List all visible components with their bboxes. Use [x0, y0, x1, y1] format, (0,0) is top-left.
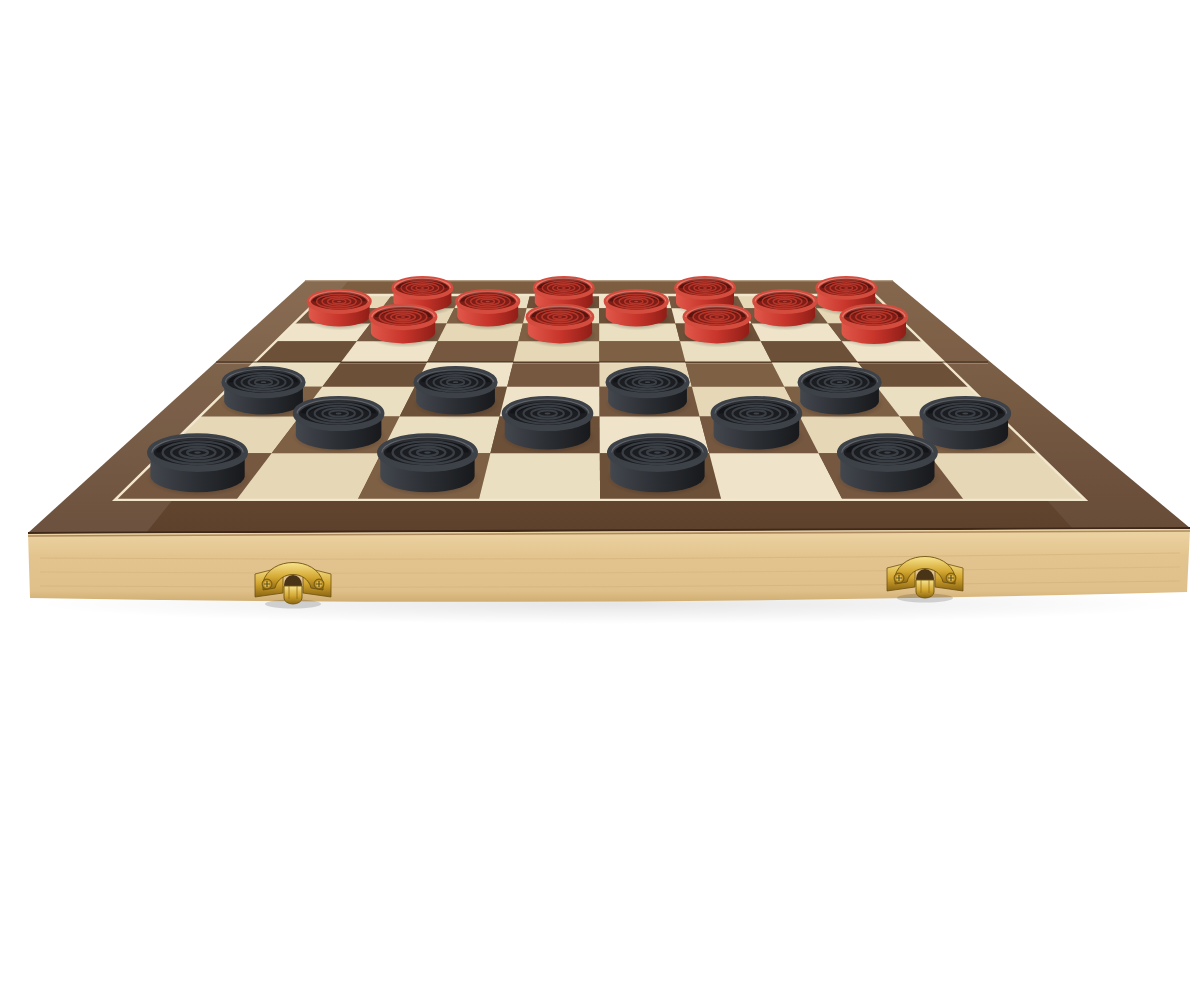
black-checker-piece	[292, 399, 388, 454]
piece-center-dot	[962, 412, 968, 414]
piece-center-dot	[783, 301, 787, 302]
piece-center-dot	[545, 412, 551, 414]
piece-center-dot	[453, 381, 459, 383]
piece-center-dot	[562, 287, 566, 288]
black-checker-piece	[146, 437, 252, 497]
piece-center-dot	[645, 381, 651, 383]
piece-center-dot	[872, 316, 877, 318]
checker-square	[599, 341, 685, 362]
red-checker-piece	[752, 291, 820, 330]
red-checker-piece	[682, 306, 754, 348]
checker-square	[685, 362, 784, 387]
piece-center-dot	[424, 451, 431, 453]
piece-center-dot	[884, 451, 891, 453]
red-checker-piece	[839, 306, 911, 348]
front-panel	[28, 529, 1190, 602]
piece-center-dot	[337, 301, 341, 302]
black-checker-piece	[412, 369, 500, 419]
piece-center-dot	[715, 316, 720, 318]
checker-square	[507, 362, 599, 387]
piece-center-dot	[336, 412, 342, 414]
checker-square	[479, 453, 600, 500]
black-checker-piece	[796, 369, 884, 419]
piece-center-dot	[194, 451, 201, 453]
red-checker-piece	[455, 291, 523, 330]
piece-center-dot	[486, 301, 490, 302]
piece-center-dot	[261, 381, 267, 383]
piece-center-dot	[703, 287, 707, 288]
piece-center-dot	[844, 287, 848, 288]
piece-center-dot	[654, 451, 661, 453]
black-checker-piece	[376, 437, 482, 497]
red-checker-piece	[306, 291, 374, 330]
product-photo-stage	[0, 0, 1200, 1000]
piece-center-dot	[420, 287, 424, 288]
checker-square	[761, 341, 858, 362]
red-checker-piece	[368, 306, 440, 348]
piece-center-dot	[401, 316, 406, 318]
red-checker-piece	[603, 291, 671, 330]
checker-square	[427, 341, 518, 362]
piece-center-dot	[837, 381, 843, 383]
black-checker-piece	[606, 437, 712, 497]
piece-center-dot	[558, 316, 563, 318]
checkers-board-photo	[0, 0, 1200, 1000]
black-checker-piece	[836, 437, 942, 497]
black-checker-piece	[709, 399, 805, 454]
latch-hook	[916, 580, 934, 598]
black-checker-piece	[604, 369, 692, 419]
latch-hook	[284, 586, 302, 604]
red-checker-piece	[525, 306, 597, 348]
piece-center-dot	[753, 412, 759, 414]
piece-center-dot	[634, 301, 638, 302]
black-checker-piece	[501, 399, 597, 454]
